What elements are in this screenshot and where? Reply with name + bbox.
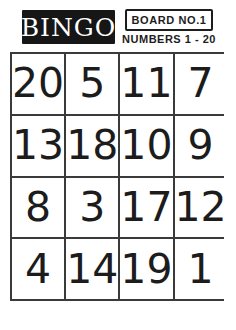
bingo-cell-r1c2: 5	[66, 54, 118, 114]
bingo-cell-r2c4: 9	[175, 116, 227, 176]
bingo-cell-r4c4: 1	[175, 239, 227, 299]
bingo-cell-r3c2: 3	[66, 178, 118, 238]
bingo-cell-r4c2: 14	[66, 239, 118, 299]
bingo-card: BINGO BOARD NO.1 NUMBERS 1 - 20 20511713…	[0, 0, 236, 330]
bingo-cell-r4c1: 4	[12, 239, 64, 299]
bingo-cell-r3c1: 8	[12, 178, 64, 238]
numbers-range-label: NUMBERS 1 - 20	[117, 33, 221, 45]
board-number-box: BOARD NO.1	[125, 9, 213, 31]
bingo-cell-r3c4: 12	[175, 178, 227, 238]
bingo-cell-r3c3: 17	[120, 178, 172, 238]
board-number-text: BOARD NO.1	[131, 14, 206, 26]
bingo-cell-r1c3: 11	[120, 54, 172, 114]
bingo-cell-r1c1: 20	[12, 54, 64, 114]
bingo-grid: 2051171318109831712414191	[10, 52, 224, 301]
bingo-title-text: BINGO	[21, 13, 117, 42]
bingo-cell-r2c3: 10	[120, 116, 172, 176]
bingo-cell-r1c4: 7	[175, 54, 227, 114]
bingo-cell-r2c2: 18	[66, 116, 118, 176]
bingo-title-box: BINGO	[22, 10, 115, 44]
bingo-cell-r2c1: 13	[12, 116, 64, 176]
bingo-cell-r4c3: 19	[120, 239, 172, 299]
